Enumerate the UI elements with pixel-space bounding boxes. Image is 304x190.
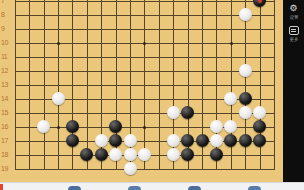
row-label: 8: [1, 11, 13, 19]
white-stone: [253, 106, 266, 119]
grid-hline: [15, 169, 275, 170]
black-stone: [224, 134, 237, 147]
settings-button[interactable]: ⚙ 设置: [289, 3, 299, 20]
grid-hline: [15, 71, 275, 72]
row-label: 13: [1, 81, 13, 89]
grid-hline: [15, 1, 275, 2]
row-label: 10: [1, 39, 13, 47]
white-stone: [52, 92, 65, 105]
go-app-window: 78910111213141516171819 ⚙ 设置 更多: [0, 0, 304, 190]
white-stone: [210, 120, 223, 133]
white-stone: [124, 148, 137, 161]
white-stone: [167, 134, 180, 147]
black-stone: [181, 134, 194, 147]
white-stone: [239, 106, 252, 119]
row-label: 9: [1, 25, 13, 33]
black-stone: [253, 134, 266, 147]
white-stone: [124, 134, 137, 147]
black-stone: [80, 148, 93, 161]
more-icon: [289, 26, 299, 35]
row-label: 11: [1, 53, 13, 61]
black-stone: [109, 120, 122, 133]
white-stone: [109, 148, 122, 161]
black-stone: [239, 92, 252, 105]
black-stone: [66, 120, 79, 133]
grid-hline: [15, 85, 275, 86]
white-stone: [224, 120, 237, 133]
grid-hline: [15, 57, 275, 58]
black-stone: [66, 134, 79, 147]
white-stone: [95, 134, 108, 147]
white-stone: [167, 148, 180, 161]
black-stone: [253, 120, 266, 133]
black-stone: [95, 148, 108, 161]
toolbar-accent: [0, 184, 3, 190]
grid-hline: [15, 29, 275, 30]
row-label: 14: [1, 95, 13, 103]
grid-hline: [15, 15, 275, 16]
row-label: 16: [1, 123, 13, 131]
black-stone: [196, 134, 209, 147]
white-stone: [239, 64, 252, 77]
star-point: [57, 126, 60, 129]
grid-hline: [15, 113, 275, 114]
toolbar-icon[interactable]: [188, 186, 201, 190]
row-label: 17: [1, 137, 13, 145]
toolbar-icon[interactable]: [248, 186, 261, 190]
row-label: 19: [1, 165, 13, 173]
white-stone: [167, 106, 180, 119]
go-board[interactable]: 78910111213141516171819: [0, 0, 283, 182]
toolbar-icon[interactable]: [68, 186, 81, 190]
row-label: 7: [1, 0, 13, 5]
black-stone: [210, 148, 223, 161]
more-button[interactable]: 更多: [289, 26, 299, 42]
gear-icon: ⚙: [289, 3, 297, 13]
last-move-marker: [258, 0, 262, 3]
bottom-toolbar: [0, 182, 304, 190]
white-stone: [37, 120, 50, 133]
white-stone: [124, 162, 137, 175]
black-stone: [181, 106, 194, 119]
white-stone: [224, 92, 237, 105]
right-sidebar: ⚙ 设置 更多: [283, 0, 304, 182]
black-stone: [181, 148, 194, 161]
star-point: [57, 42, 60, 45]
star-point: [143, 126, 146, 129]
row-label: 12: [1, 67, 13, 75]
settings-label: 设置: [289, 14, 298, 19]
white-stone: [138, 148, 151, 161]
white-stone: [210, 134, 223, 147]
toolbar-icon[interactable]: [128, 186, 141, 190]
black-stone: [239, 134, 252, 147]
more-label: 更多: [289, 36, 298, 41]
white-stone: [239, 8, 252, 21]
star-point: [230, 42, 233, 45]
row-label: 15: [1, 109, 13, 117]
row-label: 18: [1, 151, 13, 159]
black-stone: [109, 134, 122, 147]
